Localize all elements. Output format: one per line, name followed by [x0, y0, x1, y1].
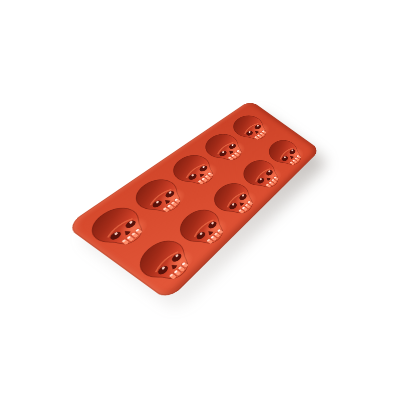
- product-photo: [0, 0, 400, 400]
